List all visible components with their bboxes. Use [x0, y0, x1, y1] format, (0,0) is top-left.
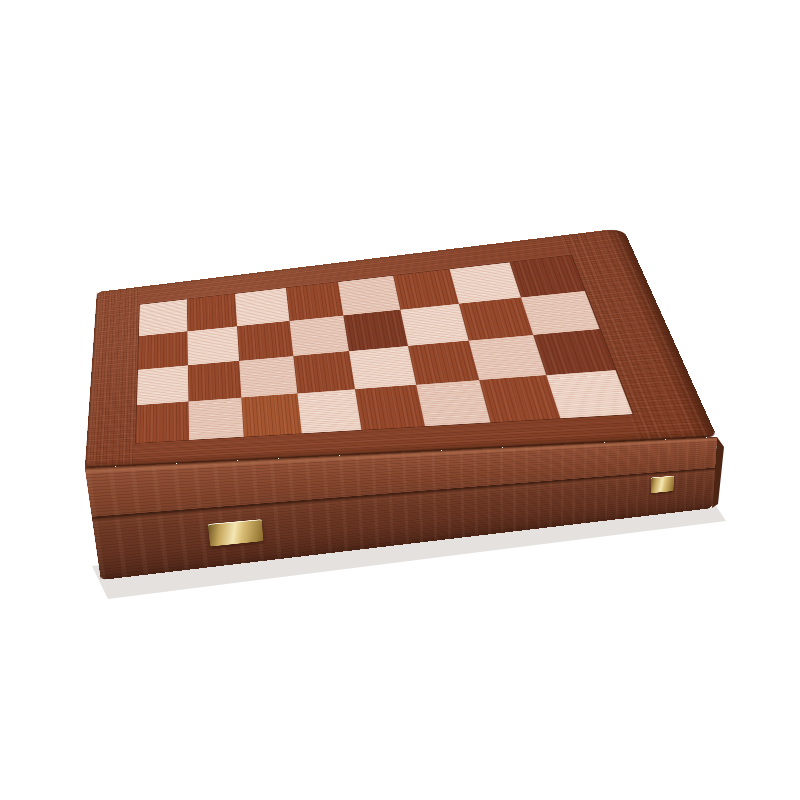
board-square	[286, 282, 344, 321]
board-square	[241, 393, 301, 436]
board-square	[139, 299, 187, 336]
board-square	[355, 385, 424, 430]
board-square	[520, 291, 599, 335]
board-square	[293, 351, 355, 393]
board-square	[343, 310, 407, 351]
board-square	[408, 341, 480, 385]
product-photo-scene	[0, 0, 800, 800]
board-square	[188, 398, 244, 440]
board-square	[289, 315, 349, 356]
board-square	[187, 326, 239, 365]
board-square	[138, 331, 188, 369]
board-square	[137, 365, 188, 405]
board-frame-left	[86, 287, 140, 467]
chessboard	[136, 255, 633, 443]
board-square	[349, 346, 416, 389]
board-square	[297, 389, 362, 433]
board-square	[136, 401, 189, 443]
board-square	[237, 321, 293, 361]
board-square	[186, 294, 237, 332]
board-square	[338, 276, 400, 316]
board-square	[239, 356, 297, 397]
case-lid-top	[85, 228, 717, 468]
board-square	[188, 361, 242, 402]
brass-clasp-right	[651, 476, 674, 494]
board-square	[400, 304, 469, 346]
board-square	[235, 288, 289, 326]
board-square	[416, 380, 491, 426]
